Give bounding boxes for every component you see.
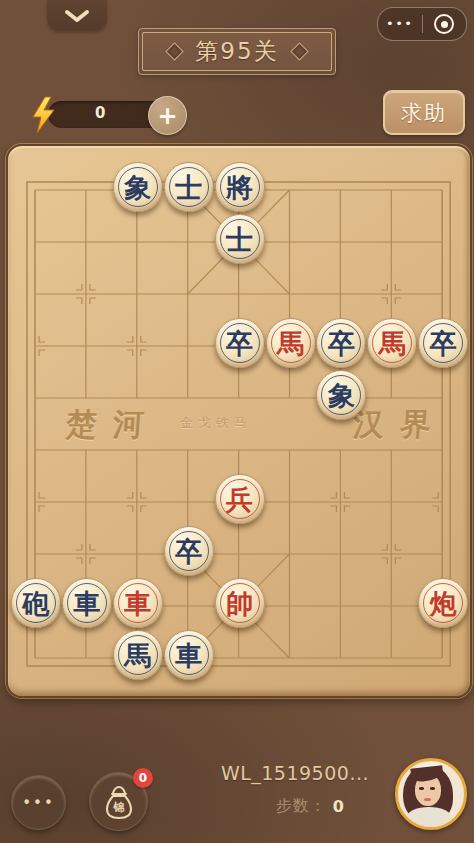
level-banner: 第95关: [138, 28, 336, 75]
piece-卒-black[interactable]: 卒: [215, 318, 265, 368]
piece-炮-red[interactable]: 炮: [418, 578, 468, 628]
steps-value: 0: [333, 797, 344, 816]
piece-象-black[interactable]: 象: [113, 162, 163, 212]
river-text-right: 汉界: [352, 404, 449, 446]
close-button[interactable]: [423, 8, 467, 40]
steps-label: 步数：: [276, 796, 327, 817]
plus-icon: +: [157, 104, 177, 128]
piece-將-black[interactable]: 將: [215, 162, 265, 212]
add-energy-button[interactable]: +: [148, 96, 187, 135]
piece-卒-black[interactable]: 卒: [164, 526, 214, 576]
svg-text:锦: 锦: [112, 801, 124, 814]
piece-砲-black[interactable]: 砲: [11, 578, 61, 628]
piece-士-black[interactable]: 士: [215, 214, 265, 264]
lightning-icon: [28, 95, 58, 135]
piece-卒-black[interactable]: 卒: [418, 318, 468, 368]
level-title: 第95关: [195, 36, 278, 67]
help-button[interactable]: 求助: [383, 90, 465, 135]
banner-ornament-right: [290, 42, 308, 60]
money-bag-icon: 锦: [99, 782, 139, 822]
piece-車-red[interactable]: 車: [113, 578, 163, 628]
piece-車-black[interactable]: 車: [164, 630, 214, 680]
energy-count: 0: [95, 104, 105, 122]
energy-widget: 0 +: [20, 93, 220, 137]
piece-帥-red[interactable]: 帥: [215, 578, 265, 628]
menu-dots-icon: •••: [386, 19, 414, 29]
piece-車-black[interactable]: 車: [62, 578, 112, 628]
piece-馬-red[interactable]: 馬: [367, 318, 417, 368]
miniprogram-capsule: •••: [377, 7, 467, 41]
river-watermark: 金戈铁马: [180, 414, 252, 432]
more-button[interactable]: •••: [11, 775, 66, 830]
help-button-label: 求助: [401, 99, 447, 127]
bag-badge: 0: [133, 768, 153, 788]
more-dots-icon: •••: [22, 798, 55, 808]
piece-士-black[interactable]: 士: [164, 162, 214, 212]
close-icon: [434, 14, 454, 34]
collapse-button[interactable]: [47, 0, 107, 31]
xiangqi-board[interactable]: 楚河 汉界 金戈铁马 象士將士卒馬卒馬卒象兵卒砲車車帥炮馬車: [6, 144, 472, 698]
menu-button[interactable]: •••: [378, 8, 422, 40]
banner-ornament-left: [166, 42, 184, 60]
username: WL_1519500...: [221, 762, 369, 784]
chevron-down-icon: [64, 9, 90, 23]
app-root: 第95关 ••• 0 + 求助 楚河 汉界: [0, 0, 474, 843]
step-counter: 步数： 0: [276, 796, 344, 817]
avatar[interactable]: [395, 758, 467, 830]
piece-馬-black[interactable]: 馬: [113, 630, 163, 680]
piece-馬-red[interactable]: 馬: [266, 318, 316, 368]
avatar-shoulder: [406, 807, 452, 829]
river-text-left: 楚河: [65, 404, 162, 446]
piece-兵-red[interactable]: 兵: [215, 474, 265, 524]
